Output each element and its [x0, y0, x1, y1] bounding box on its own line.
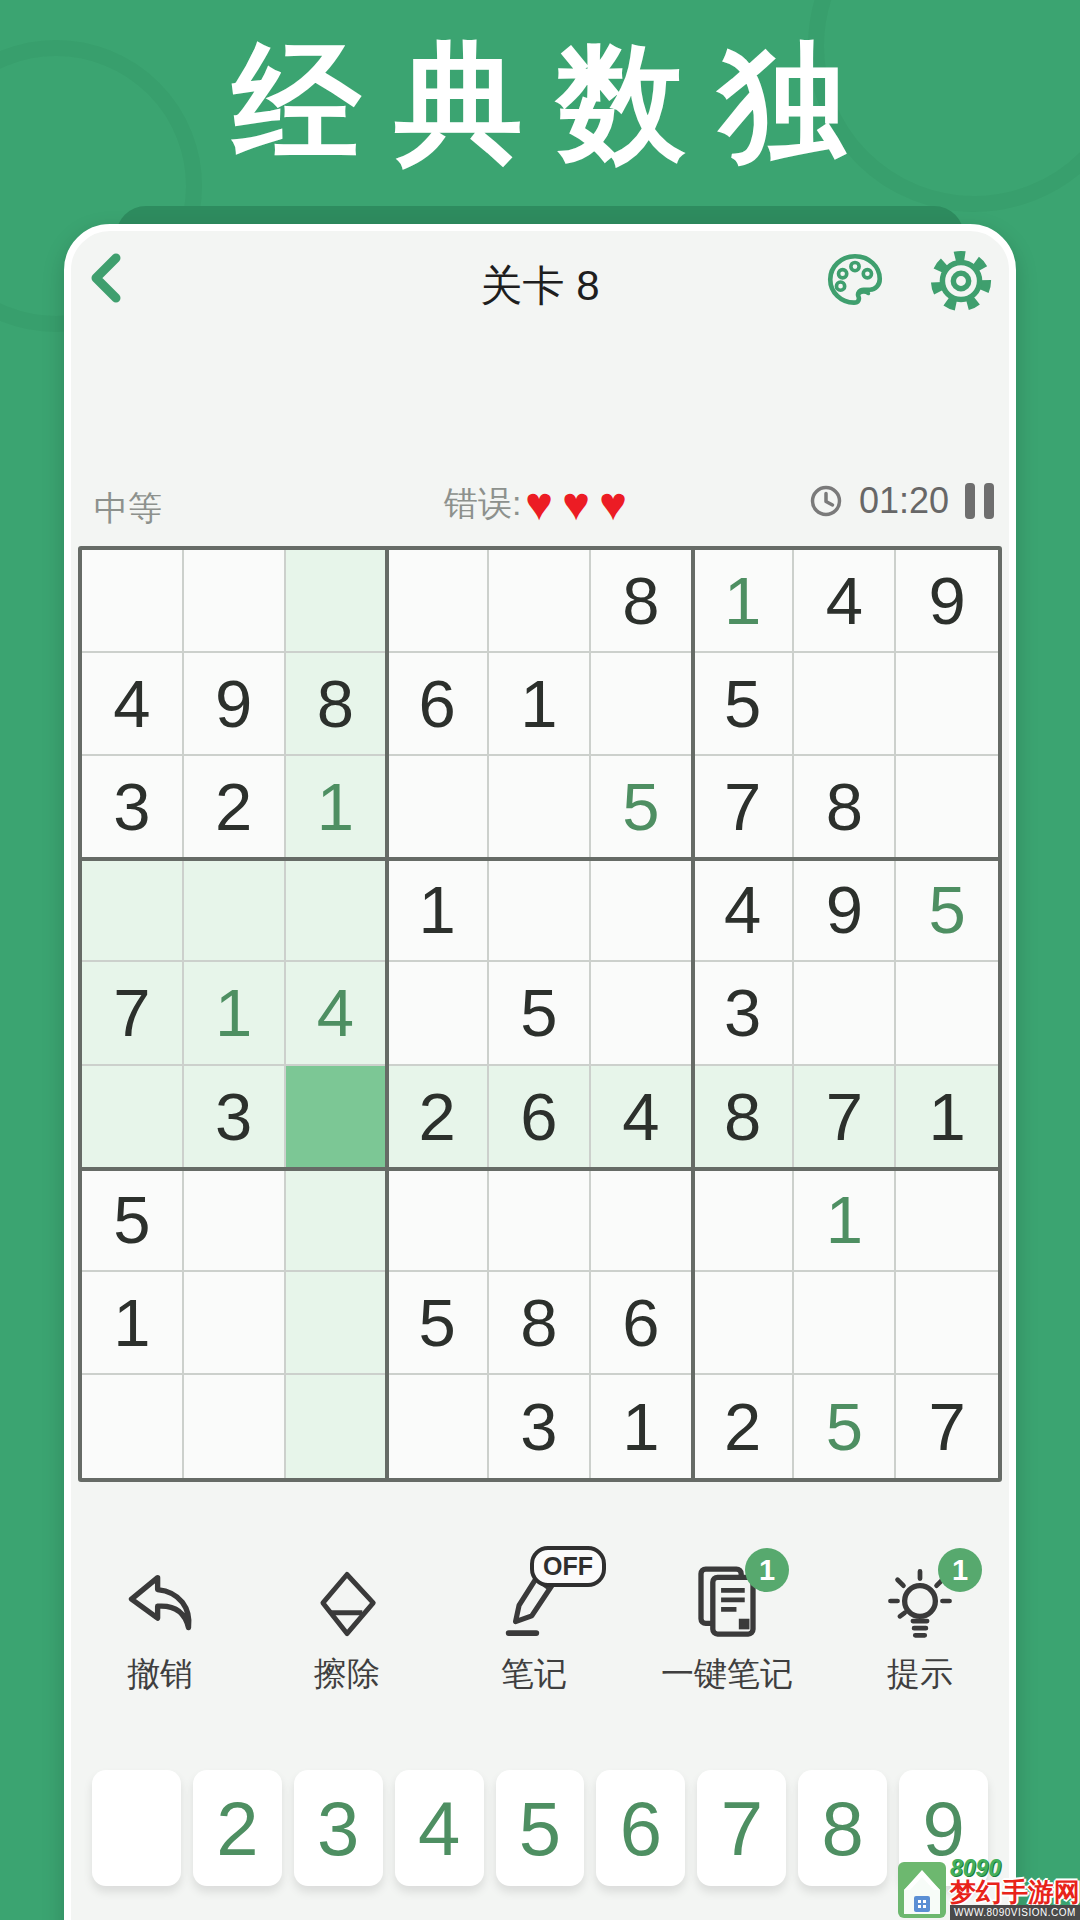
number-pad: 23456789: [92, 1770, 988, 1886]
cell-r6c6[interactable]: 4: [591, 1066, 693, 1169]
cell-r4c1[interactable]: [82, 859, 184, 962]
cell-r2c6[interactable]: [591, 653, 693, 756]
cell-r1c8[interactable]: 4: [794, 550, 896, 653]
watermark: 8090 梦幻手游网 WWW.8090VISION.COM: [896, 1857, 1080, 1920]
cell-r7c2[interactable]: [184, 1169, 286, 1272]
numpad-1-depleted[interactable]: [92, 1770, 181, 1886]
cell-r3c9[interactable]: [896, 756, 998, 859]
cell-r2c8[interactable]: [794, 653, 896, 756]
numpad-6[interactable]: 6: [596, 1770, 685, 1886]
box-separator: [82, 857, 998, 861]
tool-label: 提示: [887, 1652, 953, 1697]
cell-r1c1[interactable]: [82, 550, 184, 653]
cell-r4c3[interactable]: [286, 859, 388, 962]
app-title: 经典数独: [0, 18, 1080, 191]
cell-r2c3[interactable]: 8: [286, 653, 388, 756]
cell-r6c8[interactable]: 7: [794, 1066, 896, 1169]
cell-r9c6[interactable]: 1: [591, 1375, 693, 1478]
cell-r9c7[interactable]: 2: [693, 1375, 795, 1478]
gear-icon: [926, 246, 996, 316]
notes-off-badge: OFF: [530, 1546, 606, 1587]
box-separator: [82, 1167, 998, 1171]
difficulty-label: 中等: [94, 486, 162, 532]
watermark-8090: 8090: [950, 1857, 1001, 1879]
notes-button[interactable]: OFF 笔记: [474, 1556, 594, 1697]
numpad-5[interactable]: 5: [496, 1770, 585, 1886]
cell-r2c9[interactable]: [896, 653, 998, 756]
tool-label: 撤销: [127, 1652, 193, 1697]
cell-r5c9[interactable]: [896, 962, 998, 1065]
cell-r7c5[interactable]: [489, 1169, 591, 1272]
cell-r7c7[interactable]: [693, 1169, 795, 1272]
cell-r5c7[interactable]: 3: [693, 962, 795, 1065]
theme-palette-button[interactable]: [822, 248, 888, 314]
numpad-3[interactable]: 3: [294, 1770, 383, 1886]
cell-r5c8[interactable]: [794, 962, 896, 1065]
cell-r3c2[interactable]: 2: [184, 756, 286, 859]
clock-icon: [809, 484, 843, 518]
box-separator: [691, 550, 695, 1478]
cell-r3c1[interactable]: 3: [82, 756, 184, 859]
cell-r4c6[interactable]: [591, 859, 693, 962]
cell-r3c4[interactable]: [387, 756, 489, 859]
numpad-8[interactable]: 8: [798, 1770, 887, 1886]
cell-r2c5[interactable]: 1: [489, 653, 591, 756]
cell-r3c3[interactable]: 1: [286, 756, 388, 859]
palette-icon: [822, 248, 888, 314]
cell-r7c9[interactable]: [896, 1169, 998, 1272]
undo-button[interactable]: 撤销: [100, 1556, 220, 1697]
erase-button[interactable]: 擦除: [287, 1556, 407, 1697]
cell-r6c1[interactable]: [82, 1066, 184, 1169]
cell-r9c1[interactable]: [82, 1375, 184, 1478]
cell-r1c2[interactable]: [184, 550, 286, 653]
cell-r8c2[interactable]: [184, 1272, 286, 1375]
timer: 01:20: [859, 480, 949, 522]
settings-button[interactable]: [926, 246, 996, 316]
cell-r8c5[interactable]: 8: [489, 1272, 591, 1375]
cell-r3c5[interactable]: [489, 756, 591, 859]
cell-r8c9[interactable]: [896, 1272, 998, 1375]
tool-label: 笔记: [501, 1652, 567, 1697]
cell-r1c9[interactable]: 9: [896, 550, 998, 653]
cell-r8c7[interactable]: [693, 1272, 795, 1375]
cell-r9c8[interactable]: 5: [794, 1375, 896, 1478]
cell-r7c6[interactable]: [591, 1169, 693, 1272]
cell-r2c4[interactable]: 6: [387, 653, 489, 756]
undo-icon: [122, 1570, 198, 1640]
cell-r4c2[interactable]: [184, 859, 286, 962]
sudoku-board: 8149498615321578149571453326487151158631…: [78, 546, 1002, 1482]
cell-r5c1[interactable]: 7: [82, 962, 184, 1065]
pause-button[interactable]: [965, 483, 994, 519]
cell-r9c5[interactable]: 3: [489, 1375, 591, 1478]
cell-r9c2[interactable]: [184, 1375, 286, 1478]
mistakes-label: 错误:: [444, 481, 521, 527]
cell-r8c1[interactable]: 1: [82, 1272, 184, 1375]
cell-r6c2[interactable]: 3: [184, 1066, 286, 1169]
cell-r6c5[interactable]: 6: [489, 1066, 591, 1169]
cell-r4c7[interactable]: 4: [693, 859, 795, 962]
cell-r4c5[interactable]: [489, 859, 591, 962]
eraser-icon: [312, 1568, 382, 1640]
cell-r1c7[interactable]: 1: [693, 550, 795, 653]
cell-r3c7[interactable]: 7: [693, 756, 795, 859]
tool-label: 擦除: [314, 1652, 380, 1697]
cell-r1c4[interactable]: [387, 550, 489, 653]
cell-r8c6[interactable]: 6: [591, 1272, 693, 1375]
cell-r4c8[interactable]: 9: [794, 859, 896, 962]
cell-r5c6[interactable]: [591, 962, 693, 1065]
cell-r7c3[interactable]: [286, 1169, 388, 1272]
numpad-4[interactable]: 4: [395, 1770, 484, 1886]
cell-r9c4[interactable]: [387, 1375, 489, 1478]
cell-r2c2[interactable]: 9: [184, 653, 286, 756]
cell-r9c3[interactable]: [286, 1375, 388, 1478]
cell-r6c9[interactable]: 1: [896, 1066, 998, 1169]
cell-r4c9[interactable]: 5: [896, 859, 998, 962]
numpad-7[interactable]: 7: [697, 1770, 786, 1886]
cell-r8c3[interactable]: [286, 1272, 388, 1375]
cell-r5c2[interactable]: 1: [184, 962, 286, 1065]
cell-r5c3[interactable]: 4: [286, 962, 388, 1065]
hint-count-badge: 1: [938, 1548, 982, 1592]
cell-r2c7[interactable]: 5: [693, 653, 795, 756]
cell-r3c6[interactable]: 5: [591, 756, 693, 859]
lives-hearts: ♥♥♥: [525, 478, 636, 530]
cell-r7c4[interactable]: [387, 1169, 489, 1272]
cell-r1c6[interactable]: 8: [591, 550, 693, 653]
cell-r6c7[interactable]: 8: [693, 1066, 795, 1169]
cell-r4c4[interactable]: 1: [387, 859, 489, 962]
cell-r3c8[interactable]: 8: [794, 756, 896, 859]
cell-r2c1[interactable]: 4: [82, 653, 184, 756]
quick-notes-count-badge: 1: [745, 1548, 789, 1592]
watermark-url: WWW.8090VISION.COM: [950, 1905, 1080, 1920]
cell-r8c8[interactable]: [794, 1272, 896, 1375]
cell-r7c1[interactable]: 5: [82, 1169, 184, 1272]
cell-r8c4[interactable]: 5: [387, 1272, 489, 1375]
quick-notes-button[interactable]: 1 一键笔记: [661, 1556, 793, 1697]
tool-label: 一键笔记: [661, 1652, 793, 1697]
box-separator: [385, 550, 389, 1478]
cell-r5c4[interactable]: [387, 962, 489, 1065]
cell-r6c3[interactable]: [286, 1066, 388, 1169]
cell-r1c5[interactable]: [489, 550, 591, 653]
cell-r7c8[interactable]: 1: [794, 1169, 896, 1272]
cell-r1c3[interactable]: [286, 550, 388, 653]
cell-r5c5[interactable]: 5: [489, 962, 591, 1065]
numpad-2[interactable]: 2: [193, 1770, 282, 1886]
hint-button[interactable]: 1 提示: [860, 1556, 980, 1697]
cell-r6c4[interactable]: 2: [387, 1066, 489, 1169]
house-logo-icon: [896, 1860, 948, 1920]
watermark-site-name: 梦幻手游网: [950, 1879, 1080, 1905]
cell-r9c9[interactable]: 7: [896, 1375, 998, 1478]
